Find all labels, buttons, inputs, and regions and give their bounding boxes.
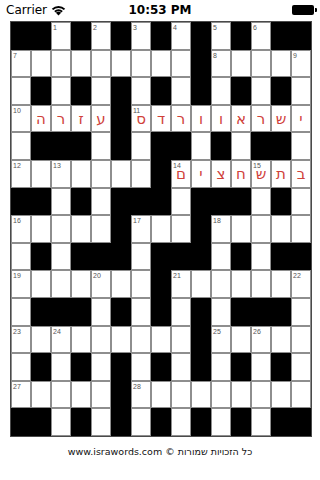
- cell-r8-c1[interactable]: 16: [11, 215, 31, 243]
- black-cell-r13-c4: [71, 353, 91, 381]
- cell-r2-c1[interactable]: 7: [11, 50, 31, 78]
- cell-r14-c15[interactable]: [291, 381, 311, 409]
- cell-r10-c5[interactable]: 20: [91, 270, 111, 298]
- cell-r13-c9[interactable]: [171, 353, 191, 381]
- black-cell-r13-c8: [151, 353, 171, 381]
- black-cell-r8-c10: [191, 215, 211, 243]
- black-cell-r1-c8: [151, 22, 171, 50]
- cell-r14-c3[interactable]: [51, 381, 71, 409]
- cell-r6-c4[interactable]: [71, 160, 91, 188]
- black-cell-r11-c3: [51, 298, 71, 326]
- cell-r4-c7[interactable]: 11ס: [131, 105, 151, 133]
- cell-r10-c3[interactable]: [51, 270, 71, 298]
- cell-r6-c9[interactable]: 14ם: [171, 160, 191, 188]
- black-cell-r9-c4: [71, 243, 91, 271]
- cell-r6-c15[interactable]: ב: [291, 160, 311, 188]
- black-cell-r5-c14: [271, 132, 291, 160]
- black-cell-r8-c6: [111, 215, 131, 243]
- cell-r14-c9[interactable]: [171, 381, 191, 409]
- black-cell-r1-c4: [71, 22, 91, 50]
- black-cell-r11-c4: [71, 298, 91, 326]
- cell-r1-c13[interactable]: 6: [251, 22, 271, 50]
- cell-r2-c2[interactable]: [31, 50, 51, 78]
- cell-r4-c12[interactable]: א: [231, 105, 251, 133]
- cell-r10-c6[interactable]: [111, 270, 131, 298]
- cell-r11-c15[interactable]: [291, 298, 311, 326]
- black-cell-r15-c2: [31, 408, 51, 436]
- cell-r14-c12[interactable]: [231, 381, 251, 409]
- black-cell-r15-c12: [231, 408, 251, 436]
- black-cell-r3-c12: [231, 77, 251, 105]
- letter: ע: [92, 106, 110, 132]
- letter: ס: [132, 106, 150, 132]
- black-cell-r5-c6: [111, 132, 131, 160]
- black-cell-r7-c12: [231, 188, 251, 216]
- cell-r12-c3[interactable]: 24: [51, 326, 71, 354]
- black-cell-r10-c8: [151, 270, 171, 298]
- black-cell-r9-c2: [31, 243, 51, 271]
- black-cell-r9-c12: [231, 243, 251, 271]
- black-cell-r3-c10: [191, 77, 211, 105]
- black-cell-r1-c12: [231, 22, 251, 50]
- cell-r3-c11[interactable]: [211, 77, 231, 105]
- clue-number-22: 22: [293, 271, 301, 280]
- cell-r8-c2[interactable]: [31, 215, 51, 243]
- cell-r6-c5[interactable]: [91, 160, 111, 188]
- cell-r3-c5[interactable]: [91, 77, 111, 105]
- clue-number-1: 1: [53, 23, 57, 32]
- black-cell-r9-c9: [171, 243, 191, 271]
- black-cell-r3-c6: [111, 77, 131, 105]
- cell-r13-c7[interactable]: [131, 353, 151, 381]
- black-cell-r7-c1: [11, 188, 31, 216]
- cell-r15-c7[interactable]: [131, 408, 151, 436]
- letter: ר: [172, 106, 190, 132]
- cell-r14-c13[interactable]: [251, 381, 271, 409]
- cell-r8-c3[interactable]: [51, 215, 71, 243]
- cell-r4-c14[interactable]: ש: [271, 105, 291, 133]
- cell-r2-c9[interactable]: [171, 50, 191, 78]
- cell-r2-c4[interactable]: [71, 50, 91, 78]
- cell-r6-c2[interactable]: [31, 160, 51, 188]
- black-cell-r3-c2: [31, 77, 51, 105]
- clue-number-12: 12: [13, 161, 21, 170]
- black-cell-r13-c12: [231, 353, 251, 381]
- cell-r5-c10[interactable]: [191, 132, 211, 160]
- cell-r2-c6[interactable]: [111, 50, 131, 78]
- cell-r14-c8[interactable]: [151, 381, 171, 409]
- cell-r11-c1[interactable]: [11, 298, 31, 326]
- cell-r10-c14[interactable]: [271, 270, 291, 298]
- cell-r1-c3[interactable]: 1: [51, 22, 71, 50]
- cell-r4-c5[interactable]: ע: [91, 105, 111, 133]
- cell-r9-c7[interactable]: [131, 243, 151, 271]
- cell-r2-c15[interactable]: 9: [291, 50, 311, 78]
- black-cell-r1-c2: [31, 22, 51, 50]
- cell-r3-c13[interactable]: [251, 77, 271, 105]
- cell-r14-c7[interactable]: 28: [131, 381, 151, 409]
- clue-number-7: 7: [13, 51, 17, 60]
- clue-number-10: 10: [13, 106, 21, 115]
- black-cell-r7-c10: [191, 188, 211, 216]
- clue-number-5: 5: [213, 23, 217, 32]
- clue-number-21: 21: [173, 271, 181, 280]
- cell-r15-c11[interactable]: [211, 408, 231, 436]
- cell-r9-c3[interactable]: [51, 243, 71, 271]
- black-cell-r7-c2: [31, 188, 51, 216]
- cell-r12-c15[interactable]: [291, 326, 311, 354]
- cell-r10-c4[interactable]: [71, 270, 91, 298]
- cell-r12-c5[interactable]: [91, 326, 111, 354]
- cell-r14-c14[interactable]: [271, 381, 291, 409]
- cell-r10-c12[interactable]: [231, 270, 251, 298]
- black-cell-r5-c3: [51, 132, 71, 160]
- black-cell-r15-c6: [111, 408, 131, 436]
- black-cell-r15-c15: [291, 408, 311, 436]
- clue-number-28: 28: [133, 382, 141, 391]
- status-bar: Carrier 10:53 PM: [0, 0, 320, 20]
- cell-r14-c1[interactable]: 27: [11, 381, 31, 409]
- cell-r12-c13[interactable]: 26: [251, 326, 271, 354]
- black-cell-r5-c8: [151, 132, 171, 160]
- black-cell-r11-c14: [271, 298, 291, 326]
- letter: ר: [52, 106, 70, 132]
- cell-r3-c7[interactable]: [131, 77, 151, 105]
- black-cell-r7-c14: [271, 188, 291, 216]
- cell-r11-c7[interactable]: [131, 298, 151, 326]
- black-cell-r11-c8: [151, 298, 171, 326]
- black-cell-r5-c9: [171, 132, 191, 160]
- black-cell-r7-c7: [131, 188, 151, 216]
- black-cell-r9-c8: [151, 243, 171, 271]
- cell-r4-c2[interactable]: ה: [31, 105, 51, 133]
- black-cell-r11-c10: [191, 298, 211, 326]
- cell-r1-c5[interactable]: 2: [91, 22, 111, 50]
- cell-r11-c5[interactable]: [91, 298, 111, 326]
- cell-r2-c5[interactable]: [91, 50, 111, 78]
- cell-r12-c14[interactable]: [271, 326, 291, 354]
- cell-r3-c3[interactable]: [51, 77, 71, 105]
- clue-number-26: 26: [253, 327, 261, 336]
- black-cell-r13-c2: [31, 353, 51, 381]
- clue-number-17: 17: [133, 216, 141, 225]
- clue-number-27: 27: [13, 382, 21, 391]
- black-cell-r3-c14: [271, 77, 291, 105]
- cell-r8-c5[interactable]: [91, 215, 111, 243]
- cell-r6-c11[interactable]: צ: [211, 160, 231, 188]
- cell-r12-c8[interactable]: [151, 326, 171, 354]
- cell-r4-c13[interactable]: ר: [251, 105, 271, 133]
- cell-r6-c7[interactable]: [131, 160, 151, 188]
- cell-r10-c11[interactable]: [211, 270, 231, 298]
- black-cell-r15-c4: [71, 408, 91, 436]
- letter: ב: [292, 161, 310, 187]
- cell-r11-c9[interactable]: [171, 298, 191, 326]
- cell-r8-c8[interactable]: [151, 215, 171, 243]
- black-cell-r5-c4: [71, 132, 91, 160]
- clue-number-24: 24: [53, 327, 61, 336]
- black-cell-r14-c6: [111, 381, 131, 409]
- black-cell-r11-c2: [31, 298, 51, 326]
- cell-r6-c6[interactable]: [111, 160, 131, 188]
- cell-r8-c7[interactable]: 17: [131, 215, 151, 243]
- cell-r13-c5[interactable]: [91, 353, 111, 381]
- cell-r2-c13[interactable]: [251, 50, 271, 78]
- black-cell-r11-c13: [251, 298, 271, 326]
- cell-r5-c12[interactable]: [231, 132, 251, 160]
- cell-r13-c3[interactable]: [51, 353, 71, 381]
- cell-r13-c15[interactable]: [291, 353, 311, 381]
- letter: א: [232, 106, 250, 132]
- cell-r10-c7[interactable]: [131, 270, 151, 298]
- cell-r2-c3[interactable]: [51, 50, 71, 78]
- cell-r8-c4[interactable]: [71, 215, 91, 243]
- clock: 10:53 PM: [0, 3, 320, 17]
- cell-r10-c9[interactable]: 21: [171, 270, 191, 298]
- clue-number-16: 16: [13, 216, 21, 225]
- black-cell-r9-c15: [291, 243, 311, 271]
- cell-r8-c9[interactable]: [171, 215, 191, 243]
- black-cell-r7-c11: [211, 188, 231, 216]
- cell-r13-c11[interactable]: [211, 353, 231, 381]
- letter: ו: [192, 106, 210, 132]
- cell-r4-c8[interactable]: ד: [151, 105, 171, 133]
- clue-number-9: 9: [293, 51, 297, 60]
- cell-r14-c4[interactable]: [71, 381, 91, 409]
- cell-r10-c15[interactable]: 22: [291, 270, 311, 298]
- cell-r1-c11[interactable]: 5: [211, 22, 231, 50]
- cell-r4-c3[interactable]: ר: [51, 105, 71, 133]
- cell-r13-c13[interactable]: [251, 353, 271, 381]
- clue-number-13: 13: [53, 161, 61, 170]
- cell-r12-c2[interactable]: [31, 326, 51, 354]
- cell-r9-c13[interactable]: [251, 243, 271, 271]
- cell-r15-c5[interactable]: [91, 408, 111, 436]
- letter: י: [192, 161, 210, 187]
- black-cell-r15-c10: [191, 408, 211, 436]
- cell-r4-c10[interactable]: ו: [191, 105, 211, 133]
- black-cell-r11-c6: [111, 298, 131, 326]
- black-cell-r3-c4: [71, 77, 91, 105]
- letter: צ: [212, 161, 230, 187]
- cell-r10-c2[interactable]: [31, 270, 51, 298]
- cell-r1-c9[interactable]: 4: [171, 22, 191, 50]
- black-cell-r1-c10: [191, 22, 211, 50]
- black-cell-r15-c8: [151, 408, 171, 436]
- clue-number-23: 23: [13, 327, 21, 336]
- cell-r14-c10[interactable]: [191, 381, 211, 409]
- letter: ז: [72, 106, 90, 132]
- cell-r14-c5[interactable]: [91, 381, 111, 409]
- black-cell-r5-c2: [31, 132, 51, 160]
- cell-r8-c13[interactable]: [251, 215, 271, 243]
- letter: ו: [212, 106, 230, 132]
- cell-r7-c13[interactable]: [251, 188, 271, 216]
- copyright-footer: כל הזכויות שמורות © www.israwords.com: [0, 446, 320, 457]
- cell-r12-c4[interactable]: [71, 326, 91, 354]
- clue-number-3: 3: [133, 23, 137, 32]
- cell-r6-c12[interactable]: ח: [231, 160, 251, 188]
- cell-r12-c6[interactable]: [111, 326, 131, 354]
- cell-r2-c7[interactable]: [131, 50, 151, 78]
- black-cell-r13-c6: [111, 353, 131, 381]
- cell-r2-c11[interactable]: 8: [211, 50, 231, 78]
- black-cell-r1-c14: [271, 22, 291, 50]
- cell-r12-c9[interactable]: [171, 326, 191, 354]
- black-cell-r3-c8: [151, 77, 171, 105]
- cell-r5-c15[interactable]: [291, 132, 311, 160]
- cell-r15-c13[interactable]: [251, 408, 271, 436]
- black-cell-r9-c5: [91, 243, 111, 271]
- cell-r15-c3[interactable]: [51, 408, 71, 436]
- cell-r4-c15[interactable]: י: [291, 105, 311, 133]
- cell-r3-c15[interactable]: [291, 77, 311, 105]
- black-cell-r7-c6: [111, 188, 131, 216]
- cell-r4-c1[interactable]: 10: [11, 105, 31, 133]
- black-cell-r15-c14: [271, 408, 291, 436]
- cell-r9-c11[interactable]: [211, 243, 231, 271]
- cell-r8-c14[interactable]: [271, 215, 291, 243]
- cell-r13-c1[interactable]: [11, 353, 31, 381]
- letter: י: [292, 106, 310, 132]
- cell-r8-c11[interactable]: 18: [211, 215, 231, 243]
- black-cell-r11-c12: [231, 298, 251, 326]
- black-cell-r2-c10: [191, 50, 211, 78]
- letter: ה: [32, 106, 50, 132]
- letter: ת: [272, 161, 290, 187]
- cell-r8-c12[interactable]: [231, 215, 251, 243]
- cell-r5-c1[interactable]: [11, 132, 31, 160]
- black-cell-r15-c1: [11, 408, 31, 436]
- clue-number-4: 4: [173, 23, 177, 32]
- cell-r2-c8[interactable]: [151, 50, 171, 78]
- black-cell-r9-c10: [191, 243, 211, 271]
- cell-r6-c1[interactable]: 12: [11, 160, 31, 188]
- clue-number-25: 25: [213, 327, 221, 336]
- cell-r6-c13[interactable]: 15ש: [251, 160, 271, 188]
- cell-r14-c2[interactable]: [31, 381, 51, 409]
- clue-number-18: 18: [213, 216, 221, 225]
- letter: ר: [252, 106, 270, 132]
- cell-r10-c13[interactable]: [251, 270, 271, 298]
- crossword-grid: 12345678910הרזע11סדרווארשי121314םיצח15שת…: [10, 21, 312, 437]
- battery-icon: [292, 5, 314, 15]
- clue-number-6: 6: [253, 23, 257, 32]
- cell-r10-c1[interactable]: 19: [11, 270, 31, 298]
- cell-r1-c7[interactable]: 3: [131, 22, 151, 50]
- letter: ח: [232, 161, 250, 187]
- cell-r6-c14[interactable]: ת: [271, 160, 291, 188]
- cell-r7-c5[interactable]: [91, 188, 111, 216]
- cell-r9-c1[interactable]: [11, 243, 31, 271]
- cell-r5-c7[interactable]: [131, 132, 151, 160]
- cell-r3-c1[interactable]: [11, 77, 31, 105]
- cell-r2-c14[interactable]: [271, 50, 291, 78]
- cell-r4-c11[interactable]: ו: [211, 105, 231, 133]
- letter: ם: [172, 161, 190, 187]
- black-cell-r6-c8: [151, 160, 171, 188]
- cell-r12-c7[interactable]: [131, 326, 151, 354]
- cell-r12-c11[interactable]: 25: [211, 326, 231, 354]
- cell-r10-c10[interactable]: [191, 270, 211, 298]
- cell-r3-c9[interactable]: [171, 77, 191, 105]
- cell-r12-c12[interactable]: [231, 326, 251, 354]
- black-cell-r5-c13: [251, 132, 271, 160]
- black-cell-r9-c6: [111, 243, 131, 271]
- black-cell-r5-c11: [211, 132, 231, 160]
- cell-r2-c12[interactable]: [231, 50, 251, 78]
- cell-r4-c9[interactable]: ר: [171, 105, 191, 133]
- black-cell-r1-c1: [11, 22, 31, 50]
- clue-number-19: 19: [13, 271, 21, 280]
- clue-number-2: 2: [93, 23, 97, 32]
- black-cell-r4-c6: [111, 105, 131, 133]
- letter: ד: [152, 106, 170, 132]
- letter: ש: [252, 161, 270, 187]
- black-cell-r1-c15: [291, 22, 311, 50]
- black-cell-r9-c14: [271, 243, 291, 271]
- cell-r5-c5[interactable]: [91, 132, 111, 160]
- black-cell-r13-c10: [191, 353, 211, 381]
- cell-r4-c4[interactable]: ז: [71, 105, 91, 133]
- cell-r6-c10[interactable]: י: [191, 160, 211, 188]
- cell-r7-c15[interactable]: [291, 188, 311, 216]
- black-cell-r7-c4: [71, 188, 91, 216]
- cell-r7-c3[interactable]: [51, 188, 71, 216]
- black-cell-r1-c6: [111, 22, 131, 50]
- clue-number-20: 20: [93, 271, 101, 280]
- cell-r7-c9[interactable]: [171, 188, 191, 216]
- cell-r14-c11[interactable]: [211, 381, 231, 409]
- cell-r12-c1[interactable]: 23: [11, 326, 31, 354]
- black-cell-r12-c10: [191, 326, 211, 354]
- black-cell-r13-c14: [271, 353, 291, 381]
- cell-r15-c9[interactable]: [171, 408, 191, 436]
- black-cell-r7-c8: [151, 188, 171, 216]
- letter: ש: [272, 106, 290, 132]
- cell-r8-c15[interactable]: [291, 215, 311, 243]
- clue-number-8: 8: [213, 51, 217, 60]
- cell-r6-c3[interactable]: 13: [51, 160, 71, 188]
- cell-r11-c11[interactable]: [211, 298, 231, 326]
